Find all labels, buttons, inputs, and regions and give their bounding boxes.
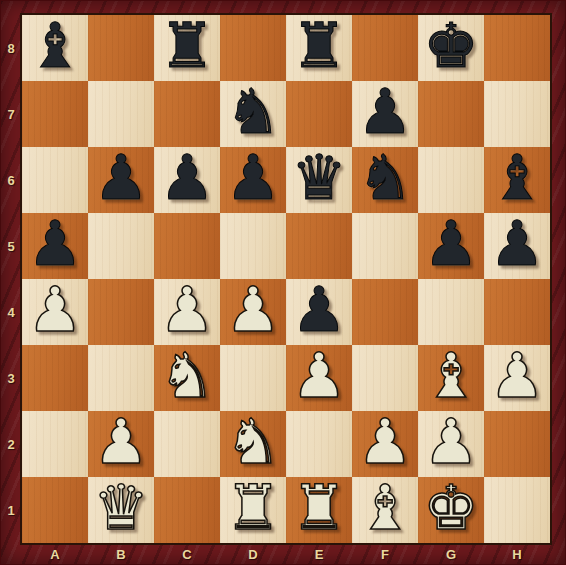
piece-black-knight-d7[interactable]: ♞ bbox=[225, 81, 281, 143]
rank-labels: 87654321 bbox=[0, 15, 22, 543]
square-d7[interactable]: ♞ bbox=[220, 81, 286, 147]
square-b1[interactable]: ♛ bbox=[88, 477, 154, 543]
square-e8[interactable]: ♜ bbox=[286, 15, 352, 81]
square-c5[interactable] bbox=[154, 213, 220, 279]
square-b6[interactable]: ♟ bbox=[88, 147, 154, 213]
piece-white-bishop-f1[interactable]: ♝ bbox=[357, 477, 413, 539]
piece-black-pawn-d6[interactable]: ♟ bbox=[225, 147, 281, 209]
file-label-b: B bbox=[88, 543, 154, 565]
file-label-g: G bbox=[418, 543, 484, 565]
square-d8[interactable] bbox=[220, 15, 286, 81]
file-labels: ABCDEFGH bbox=[22, 543, 550, 565]
piece-black-pawn-a5[interactable]: ♟ bbox=[27, 213, 83, 275]
piece-black-pawn-g5[interactable]: ♟ bbox=[423, 213, 479, 275]
square-f2[interactable]: ♟ bbox=[352, 411, 418, 477]
piece-black-knight-f6[interactable]: ♞ bbox=[357, 147, 413, 209]
square-d6[interactable]: ♟ bbox=[220, 147, 286, 213]
square-g4[interactable] bbox=[418, 279, 484, 345]
square-d1[interactable]: ♜ bbox=[220, 477, 286, 543]
square-c6[interactable]: ♟ bbox=[154, 147, 220, 213]
square-b7[interactable] bbox=[88, 81, 154, 147]
file-label-a: A bbox=[22, 543, 88, 565]
square-a5[interactable]: ♟ bbox=[22, 213, 88, 279]
piece-white-pawn-f2[interactable]: ♟ bbox=[357, 411, 413, 473]
piece-white-knight-c3[interactable]: ♞ bbox=[159, 345, 215, 407]
square-f6[interactable]: ♞ bbox=[352, 147, 418, 213]
piece-black-pawn-e4[interactable]: ♟ bbox=[291, 279, 347, 341]
square-g8[interactable]: ♚ bbox=[418, 15, 484, 81]
piece-white-king-g1[interactable]: ♚ bbox=[423, 477, 479, 539]
piece-black-pawn-h5[interactable]: ♟ bbox=[489, 213, 545, 275]
file-label-f: F bbox=[352, 543, 418, 565]
square-e5[interactable] bbox=[286, 213, 352, 279]
square-a1[interactable] bbox=[22, 477, 88, 543]
square-c1[interactable] bbox=[154, 477, 220, 543]
chessboard-frame: 87654321 ♝♜♜♚♞♟♟♟♟♛♞♝♟♟♟♟♟♟♟♞♟♝♟♟♞♟♟♛♜♜♝… bbox=[0, 0, 566, 565]
rank-label-7: 7 bbox=[0, 81, 22, 147]
square-h8[interactable] bbox=[484, 15, 550, 81]
square-h7[interactable] bbox=[484, 81, 550, 147]
square-g3[interactable]: ♝ bbox=[418, 345, 484, 411]
square-d4[interactable]: ♟ bbox=[220, 279, 286, 345]
piece-white-pawn-d4[interactable]: ♟ bbox=[225, 279, 281, 341]
square-e4[interactable]: ♟ bbox=[286, 279, 352, 345]
rank-label-8: 8 bbox=[0, 15, 22, 81]
square-g6[interactable] bbox=[418, 147, 484, 213]
piece-black-pawn-f7[interactable]: ♟ bbox=[357, 81, 413, 143]
rank-label-5: 5 bbox=[0, 213, 22, 279]
square-e6[interactable]: ♛ bbox=[286, 147, 352, 213]
square-g7[interactable] bbox=[418, 81, 484, 147]
file-label-e: E bbox=[286, 543, 352, 565]
square-f5[interactable] bbox=[352, 213, 418, 279]
square-f7[interactable]: ♟ bbox=[352, 81, 418, 147]
piece-black-bishop-a8[interactable]: ♝ bbox=[27, 15, 83, 77]
square-b2[interactable]: ♟ bbox=[88, 411, 154, 477]
square-c7[interactable] bbox=[154, 81, 220, 147]
piece-black-queen-e6[interactable]: ♛ bbox=[291, 147, 347, 209]
square-a6[interactable] bbox=[22, 147, 88, 213]
square-c2[interactable] bbox=[154, 411, 220, 477]
piece-black-king-g8[interactable]: ♚ bbox=[423, 15, 479, 77]
square-h4[interactable] bbox=[484, 279, 550, 345]
piece-white-knight-d2[interactable]: ♞ bbox=[225, 411, 281, 473]
piece-black-bishop-h6[interactable]: ♝ bbox=[489, 147, 545, 209]
square-d5[interactable] bbox=[220, 213, 286, 279]
piece-white-pawn-c4[interactable]: ♟ bbox=[159, 279, 215, 341]
square-c8[interactable]: ♜ bbox=[154, 15, 220, 81]
square-g2[interactable]: ♟ bbox=[418, 411, 484, 477]
rank-label-3: 3 bbox=[0, 345, 22, 411]
piece-black-rook-e8[interactable]: ♜ bbox=[291, 15, 347, 77]
piece-white-pawn-h3[interactable]: ♟ bbox=[489, 345, 545, 407]
square-h3[interactable]: ♟ bbox=[484, 345, 550, 411]
square-g5[interactable]: ♟ bbox=[418, 213, 484, 279]
square-a3[interactable] bbox=[22, 345, 88, 411]
file-label-d: D bbox=[220, 543, 286, 565]
square-e1[interactable]: ♜ bbox=[286, 477, 352, 543]
rank-label-6: 6 bbox=[0, 147, 22, 213]
square-e3[interactable]: ♟ bbox=[286, 345, 352, 411]
rank-label-2: 2 bbox=[0, 411, 22, 477]
square-a4[interactable]: ♟ bbox=[22, 279, 88, 345]
square-h5[interactable]: ♟ bbox=[484, 213, 550, 279]
square-c3[interactable]: ♞ bbox=[154, 345, 220, 411]
piece-white-rook-d1[interactable]: ♜ bbox=[225, 477, 281, 539]
square-g1[interactable]: ♚ bbox=[418, 477, 484, 543]
piece-black-pawn-c6[interactable]: ♟ bbox=[159, 147, 215, 209]
square-h6[interactable]: ♝ bbox=[484, 147, 550, 213]
rank-label-1: 1 bbox=[0, 477, 22, 543]
piece-white-pawn-a4[interactable]: ♟ bbox=[27, 279, 83, 341]
square-f4[interactable] bbox=[352, 279, 418, 345]
square-d2[interactable]: ♞ bbox=[220, 411, 286, 477]
piece-black-pawn-b6[interactable]: ♟ bbox=[93, 147, 149, 209]
square-e7[interactable] bbox=[286, 81, 352, 147]
piece-white-pawn-b2[interactable]: ♟ bbox=[93, 411, 149, 473]
square-b3[interactable] bbox=[88, 345, 154, 411]
chessboard: ♝♜♜♚♞♟♟♟♟♛♞♝♟♟♟♟♟♟♟♞♟♝♟♟♞♟♟♛♜♜♝♚ bbox=[22, 15, 550, 543]
piece-white-pawn-g2[interactable]: ♟ bbox=[423, 411, 479, 473]
square-f1[interactable]: ♝ bbox=[352, 477, 418, 543]
rank-label-4: 4 bbox=[0, 279, 22, 345]
square-b4[interactable] bbox=[88, 279, 154, 345]
square-d3[interactable] bbox=[220, 345, 286, 411]
square-a2[interactable] bbox=[22, 411, 88, 477]
square-a7[interactable] bbox=[22, 81, 88, 147]
file-label-h: H bbox=[484, 543, 550, 565]
square-c4[interactable]: ♟ bbox=[154, 279, 220, 345]
square-h2[interactable] bbox=[484, 411, 550, 477]
piece-white-pawn-e3[interactable]: ♟ bbox=[291, 345, 347, 407]
piece-white-bishop-g3[interactable]: ♝ bbox=[423, 345, 479, 407]
square-f3[interactable] bbox=[352, 345, 418, 411]
square-b5[interactable] bbox=[88, 213, 154, 279]
piece-white-rook-e1[interactable]: ♜ bbox=[291, 477, 347, 539]
square-a8[interactable]: ♝ bbox=[22, 15, 88, 81]
piece-white-queen-b1[interactable]: ♛ bbox=[93, 477, 149, 539]
square-b8[interactable] bbox=[88, 15, 154, 81]
square-f8[interactable] bbox=[352, 15, 418, 81]
square-h1[interactable] bbox=[484, 477, 550, 543]
square-e2[interactable] bbox=[286, 411, 352, 477]
piece-black-rook-c8[interactable]: ♜ bbox=[159, 15, 215, 77]
file-label-c: C bbox=[154, 543, 220, 565]
